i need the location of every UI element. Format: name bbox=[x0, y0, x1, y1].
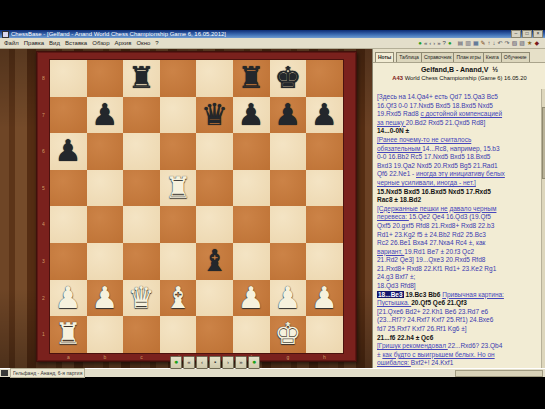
tab-книга[interactable]: Книга bbox=[484, 53, 502, 62]
white-king[interactable]: ♚ bbox=[274, 319, 301, 349]
variation-text[interactable]: fd7 25.Rxf7 Kxf7 26.Rf1 Kg6 ±] bbox=[377, 325, 467, 332]
square-f1[interactable] bbox=[233, 316, 270, 353]
variation-text[interactable]: Rc2 26.Be1 Bxa4 27.Nxa4 Rc4 ±, как bbox=[377, 239, 485, 246]
bookmark-icon[interactable]: ★ bbox=[527, 39, 532, 47]
square-d2[interactable]: ♝ bbox=[160, 280, 197, 317]
square-e4[interactable] bbox=[196, 206, 233, 243]
game-move[interactable]: 14...0-0N ± bbox=[377, 127, 409, 134]
square-a3[interactable] bbox=[50, 243, 87, 280]
board-icon[interactable]: ▧ bbox=[512, 39, 518, 47]
notation-line: 24.g3 Bxf7 ±; bbox=[377, 273, 541, 282]
square-f3[interactable] bbox=[233, 243, 270, 280]
engine-toggle-button[interactable]: ● bbox=[170, 356, 182, 369]
variation-text: иногда эту инициативу белых bbox=[416, 170, 505, 177]
event-name: World Chess Championship (Game 6) 16.05.… bbox=[405, 75, 527, 81]
square-b8[interactable] bbox=[87, 60, 124, 97]
square-g4[interactable] bbox=[270, 206, 307, 243]
variation-text[interactable]: 16.Qf3 0-0 17.Nxd5 Bxd5 18.Bxd5 Nxd5 bbox=[377, 102, 493, 109]
white-pawn[interactable]: ♟ bbox=[91, 283, 118, 313]
square-a4[interactable] bbox=[50, 206, 87, 243]
notation-line: вариант, 19.Rd1 Be7 ± 20.f3 Qc2 bbox=[377, 248, 541, 257]
rank-label-7: 7 bbox=[39, 97, 48, 134]
chessbase-window: ChessBase - [Gelfand - Anand World Chess… bbox=[0, 30, 545, 376]
notation-line: [Сдержанные пешки не давало черным bbox=[377, 205, 541, 214]
square-b2[interactable]: ♟ bbox=[87, 280, 124, 317]
toolbar-group-nav: ●«‹›»?● bbox=[418, 39, 451, 47]
white-rook[interactable]: ♜ bbox=[165, 173, 192, 203]
game-move[interactable]: Rac8 ± 18.Bd2 bbox=[377, 196, 421, 203]
variation-text: как будто с выигрышем белых. Но он bbox=[382, 351, 494, 358]
rank-label-8: 8 bbox=[39, 60, 48, 97]
scroll-down-icon[interactable]: ↓ bbox=[493, 39, 496, 47]
variation-text[interactable]: Bxd3 19.Qa2 Nxd5 20.Rxd5 Bg5 21.Rad1 bbox=[377, 162, 498, 169]
white-pawn[interactable]: ♟ bbox=[311, 283, 338, 313]
white-queen[interactable]: ♛ bbox=[128, 283, 155, 313]
rank-label-3: 3 bbox=[39, 243, 48, 280]
notation-line: [Ранее почему-то не считалось bbox=[377, 136, 541, 145]
square-a6[interactable]: ♟ bbox=[50, 133, 87, 170]
square-f8[interactable]: ♜ bbox=[233, 60, 270, 97]
notation-line: 21...f6 22.h4 ± Qc6 bbox=[377, 334, 541, 343]
rank-label-5: 5 bbox=[39, 170, 48, 207]
black-rook[interactable]: ♜ bbox=[128, 63, 155, 93]
tab-notation[interactable]: Ноты bbox=[375, 52, 394, 62]
square-f7[interactable]: ♟ bbox=[233, 97, 270, 134]
variation-text: с достойной компенсацией bbox=[420, 110, 502, 117]
square-d4[interactable] bbox=[160, 206, 197, 243]
horizontal-scrollbar[interactable] bbox=[455, 370, 543, 377]
square-e3[interactable]: ♝ bbox=[196, 243, 233, 280]
menu-правка[interactable]: Правка bbox=[24, 39, 44, 48]
variation-text: [Ранее почему-то не считалось bbox=[377, 136, 471, 143]
window-title: ChessBase - [Gelfand - Anand World Chess… bbox=[11, 30, 510, 38]
menu-файл[interactable]: Файл bbox=[4, 39, 19, 48]
menu-вставка[interactable]: Вставка bbox=[65, 39, 87, 48]
square-a8[interactable] bbox=[50, 60, 87, 97]
square-g5[interactable] bbox=[270, 170, 307, 207]
square-c2[interactable]: ♛ bbox=[123, 280, 160, 317]
first-move-icon[interactable]: « bbox=[424, 39, 427, 47]
variation-text: Пустышка. bbox=[377, 299, 411, 306]
black-pawn[interactable]: ♟ bbox=[55, 136, 82, 166]
square-h2[interactable]: ♟ bbox=[306, 280, 343, 317]
variation-text: ошибался: bbox=[377, 359, 411, 366]
notation-line: fd7 25.Rxf7 Kxf7 26.Rf1 Kg6 ±] bbox=[377, 325, 541, 334]
notation-line: [21.Qxe6 Bd2+ 22.Kh1 Be6 23.Rd7 e6 bbox=[377, 308, 541, 317]
notation-line: 18.Qd3 Rfd8] bbox=[377, 282, 541, 291]
notation-line: Rac8 ± 18.Bd2 bbox=[377, 196, 541, 205]
next-move-button[interactable]: › bbox=[222, 356, 234, 369]
notation-line: 14...0-0N ± bbox=[377, 127, 541, 136]
tab-таблица[interactable]: Таблица bbox=[397, 53, 422, 62]
app-icon bbox=[2, 31, 9, 38]
square-g7[interactable]: ♟ bbox=[270, 97, 307, 134]
square-a1[interactable]: ♜ bbox=[50, 316, 87, 353]
help-icon[interactable]: ? bbox=[443, 39, 446, 47]
game-move[interactable]: 20.Qf5 Qe6 21.Qf3 bbox=[411, 299, 467, 306]
minimize-button[interactable]: – bbox=[511, 30, 521, 38]
players-names: Gelfand,B - Anand,V bbox=[421, 66, 488, 73]
scroll-up-icon[interactable]: ↑ bbox=[488, 39, 491, 47]
notation-line: ошибался: Bxf2+! 24.Kxf1 bbox=[377, 359, 541, 368]
engine-run-button[interactable]: ● bbox=[248, 356, 260, 369]
notation-line: 0-0 16.Bb2 Rc5 17.Nxd5 Bxd5 18.Bxd5 bbox=[377, 153, 541, 162]
square-d8[interactable] bbox=[160, 60, 197, 97]
menu-архив[interactable]: Архив bbox=[115, 39, 132, 48]
last-move-icon[interactable]: » bbox=[437, 39, 440, 47]
game-move[interactable]: 15.Nxd5 Bxd5 16.Bxd5 Nxd5 17.Rxd5 bbox=[377, 188, 491, 195]
square-e1[interactable] bbox=[196, 316, 233, 353]
variation-text: за пешку bbox=[377, 119, 406, 126]
square-b1[interactable] bbox=[87, 316, 124, 353]
variation-text: [Сдержанные пешки не давало черным bbox=[377, 205, 496, 212]
notation-line: 15.Nxd5 Bxd5 16.Bxd5 Nxd5 17.Rxd5 bbox=[377, 188, 541, 197]
rank-label-1: 1 bbox=[39, 316, 48, 353]
first-move-button[interactable]: « bbox=[183, 356, 195, 369]
notation-line: 21.Rxd8+ Rxd8 22.Kf1 Rd1+ 23.Ke2 Rg1 bbox=[377, 265, 541, 274]
square-f6[interactable] bbox=[233, 133, 270, 170]
rank-labels: 87654321 bbox=[39, 60, 48, 353]
event-line: A43 World Chess Championship (Game 6) 16… bbox=[373, 74, 545, 82]
notation-line: за пешку 20.Bd2 Rxd5 21.Qxd5 Rd8] bbox=[377, 119, 541, 128]
notation-text: [Здесь на 14.Qa4+ есть Qd7 15.Qa3 Bc516.… bbox=[373, 91, 545, 368]
square-h8[interactable] bbox=[306, 60, 343, 97]
square-b7[interactable]: ♟ bbox=[87, 97, 124, 134]
variation-text: Привычная картина: bbox=[442, 291, 504, 298]
notation-line: обязательным 14...Rc8, например, 15.b3 bbox=[377, 145, 541, 154]
file-label-g: g bbox=[270, 354, 307, 360]
black-pawn[interactable]: ♟ bbox=[238, 100, 265, 130]
variation-text[interactable]: Qf6 22.Ne1 - bbox=[377, 170, 416, 177]
square-g1[interactable]: ♚ bbox=[270, 316, 307, 353]
notation-line: Qf6 22.Ne1 - иногда эту инициативу белых bbox=[377, 170, 541, 179]
black-king[interactable]: ♚ bbox=[274, 63, 301, 93]
engine-icon[interactable]: ● bbox=[448, 39, 452, 47]
variation-text[interactable]: 18.Qd3 Rfd8] bbox=[377, 282, 416, 289]
black-bishop[interactable]: ♝ bbox=[201, 246, 228, 276]
variation-text[interactable]: 21.Rd2 Qe3] 19...Qxe3 20.Rxd5 Rfd8 bbox=[377, 256, 485, 263]
square-d7[interactable] bbox=[160, 97, 197, 134]
file-label-b: b bbox=[87, 354, 124, 360]
menu-bar: ФайлПравкаВидВставкаОбзорАрхивОкно? ●«‹›… bbox=[0, 38, 545, 49]
chess-board: 87654321 abcdefgh ♜♜♚♟♛♟♟♟♟♜♝♟♟♛♝♟♟♟♜♚ bbox=[36, 51, 357, 362]
square-c3[interactable] bbox=[123, 243, 160, 280]
variation-text[interactable]: 20.Bd2 Rxd5 21.Qxd5 Rd8] bbox=[406, 119, 486, 126]
notation-line: Пустышка. 20.Qf5 Qe6 21.Qf3 bbox=[377, 299, 541, 308]
notation-line: ± как будто с выигрышем белых. Но он bbox=[377, 351, 541, 360]
menu-обзор[interactable]: Обзор bbox=[92, 39, 109, 48]
undo-icon[interactable]: ↶ bbox=[498, 39, 503, 47]
close-button[interactable]: × bbox=[533, 30, 543, 38]
square-g3[interactable] bbox=[270, 243, 307, 280]
menu-?[interactable]: ? bbox=[155, 39, 158, 48]
open-icon[interactable]: ▥ bbox=[465, 39, 471, 47]
notation-line: перевеса: 15.Qe2 Qe4 16.Qd3 (19.Qf5 bbox=[377, 213, 541, 222]
move-navigation-bar: ●«‹▪›»● bbox=[170, 356, 260, 369]
square-f5[interactable] bbox=[233, 170, 270, 207]
notation-line: Bxd3 19.Qa2 Nxd5 20.Rxd5 Bg5 21.Rad1 bbox=[377, 162, 541, 171]
file-label-a: a bbox=[50, 354, 87, 360]
variation-text[interactable]: 0-0 16.Bb2 Rc5 17.Nxd5 Bxd5 18.Bxd5 bbox=[377, 153, 490, 160]
toolbar-group-file: ▤▥▦✎↑↓↶↷▧▨★◆ bbox=[458, 39, 539, 47]
square-e5[interactable] bbox=[196, 170, 233, 207]
square-c4[interactable] bbox=[123, 206, 160, 243]
tab-справочник[interactable]: Справочник bbox=[422, 53, 455, 62]
players-line: Gelfand,B - Anand,V ½ bbox=[373, 65, 545, 74]
square-b4[interactable] bbox=[87, 206, 124, 243]
black-pawn[interactable]: ♟ bbox=[311, 100, 338, 130]
square-d3[interactable] bbox=[160, 243, 197, 280]
square-a5[interactable] bbox=[50, 170, 87, 207]
current-move[interactable]: 18...Be3 bbox=[377, 291, 404, 298]
variation-text: обязательным bbox=[377, 145, 422, 152]
rank-label-4: 4 bbox=[39, 206, 48, 243]
notation-line: Qxf5 20.gxf5 Rfd8 21.Rxd8+ Rxd8 22.b3 bbox=[377, 222, 541, 231]
variation-text[interactable]: 19.Rxd5 Rad8 bbox=[377, 110, 420, 117]
variation-text: черные усиливали, иногда - нет.] bbox=[377, 179, 476, 186]
variation-text[interactable]: Bxf2+! 24.Kxf1 bbox=[411, 359, 453, 366]
variation-text[interactable]: Qxf5 20.gxf5 Rfd8 21.Rxd8+ Rxd8 22.b3 bbox=[377, 222, 494, 229]
game-move[interactable]: 21...f6 22.h4 ± Qc6 bbox=[377, 334, 433, 341]
tab-обучение[interactable]: Обучение bbox=[502, 53, 529, 62]
square-h6[interactable] bbox=[306, 133, 343, 170]
white-pawn[interactable]: ♟ bbox=[55, 283, 82, 313]
status-bar: Гельфанд - Ананд, 6-я партия bbox=[0, 368, 545, 377]
layout-icon[interactable]: ▨ bbox=[519, 39, 525, 47]
variation-text[interactable]: 15.Qe2 Qe4 16.Qd3 (19.Qf5 bbox=[409, 213, 491, 220]
square-h1[interactable] bbox=[306, 316, 343, 353]
square-e7[interactable]: ♛ bbox=[196, 97, 233, 134]
notation-scrollbar[interactable] bbox=[541, 89, 545, 368]
black-pawn[interactable]: ♟ bbox=[91, 100, 118, 130]
square-d6[interactable] bbox=[160, 133, 197, 170]
notation-line: 16.Qf3 0-0 17.Nxd5 Bxd5 18.Bxd5 Nxd5 bbox=[377, 102, 541, 111]
game-move[interactable]: 19.Bc3 Bb6 bbox=[404, 291, 443, 298]
notation-line: (23...Rf7? 24.Rxf7 Kxf7 25.Rf1) 24.Bxe6 bbox=[377, 316, 541, 325]
game-header: Gelfand,B - Anand,V ½ A43 World Chess Ch… bbox=[373, 63, 545, 91]
black-queen[interactable]: ♛ bbox=[201, 100, 228, 130]
new-game-icon[interactable]: ▤ bbox=[458, 39, 464, 47]
file-label-h: h bbox=[306, 354, 343, 360]
square-f2[interactable]: ♟ bbox=[233, 280, 270, 317]
variation-text[interactable]: [21.Qxe6 Bd2+ 22.Kh1 Be6 23.Rd7 e6 bbox=[377, 308, 488, 315]
variation-text: [Гришук рекомендовал bbox=[377, 342, 448, 349]
square-c8[interactable]: ♜ bbox=[123, 60, 160, 97]
prev-move-icon[interactable]: ‹ bbox=[429, 39, 431, 47]
variation-text: перевеса: bbox=[377, 213, 409, 220]
square-g2[interactable]: ♟ bbox=[270, 280, 307, 317]
square-g6[interactable] bbox=[270, 133, 307, 170]
notation-line: 18...Be3 19.Bc3 Bb6 Привычная картина: bbox=[377, 291, 541, 300]
black-rook[interactable]: ♜ bbox=[238, 63, 265, 93]
tab-group: ТаблицаСправочникПлан игрыКнигаОбучение bbox=[396, 52, 529, 62]
square-e2[interactable] bbox=[196, 280, 233, 317]
square-c5[interactable] bbox=[123, 170, 160, 207]
variation-text[interactable]: 21.Rxd8+ Rxd8 22.Kf1 Rd1+ 23.Ke2 Rg1 bbox=[377, 265, 496, 272]
panel-tabs: НотыТаблицаСправочникПлан игрыКнигаОбуче… bbox=[373, 49, 545, 63]
notation-line: 21.Rd2 Qe3] 19...Qxe3 20.Rxd5 Rfd8 bbox=[377, 256, 541, 265]
notation-line: [Здесь на 14.Qa4+ есть Qd7 15.Qa3 Bc5 bbox=[377, 93, 541, 102]
square-a7[interactable] bbox=[50, 97, 87, 134]
status-icon bbox=[1, 370, 8, 376]
main-content: 87654321 abcdefgh ♜♜♚♟♛♟♟♟♟♜♝♟♟♛♝♟♟♟♜♚ ●… bbox=[0, 49, 545, 368]
square-c1[interactable] bbox=[123, 316, 160, 353]
last-move-button[interactable]: » bbox=[235, 356, 247, 369]
variation-text[interactable]: 14...Rc8, например, 15.b3 bbox=[422, 145, 499, 152]
tab-план-игры[interactable]: План игры bbox=[454, 53, 483, 62]
square-h4[interactable] bbox=[306, 206, 343, 243]
variation-text[interactable]: 24.g3 Bxf7 ±; bbox=[377, 273, 415, 280]
options-icon[interactable]: ◆ bbox=[534, 39, 539, 47]
square-h5[interactable] bbox=[306, 170, 343, 207]
square-e8[interactable] bbox=[196, 60, 233, 97]
save-icon[interactable]: ▦ bbox=[473, 39, 479, 47]
notation-line: черные усиливали, иногда - нет.] bbox=[377, 179, 541, 188]
square-h3[interactable] bbox=[306, 243, 343, 280]
rank-label-2: 2 bbox=[39, 280, 48, 317]
square-c7[interactable] bbox=[123, 97, 160, 134]
board-background-wood: 87654321 abcdefgh ♜♜♚♟♛♟♟♟♟♜♝♟♟♛♝♟♟♟♜♚ ●… bbox=[0, 49, 372, 368]
rank-label-6: 6 bbox=[39, 133, 48, 170]
video-frame: ChessBase - [Gelfand - Anand World Chess… bbox=[0, 0, 545, 409]
square-e6[interactable] bbox=[196, 133, 233, 170]
eco-code: A43 bbox=[392, 75, 403, 81]
variation-text[interactable]: Rd1+ 23.Kg2 f5 ± 24.Bb2 Rd2 25.Bc3 bbox=[377, 231, 486, 238]
square-b6[interactable] bbox=[87, 133, 124, 170]
square-d1[interactable] bbox=[160, 316, 197, 353]
variation-text[interactable]: [Здесь на 14.Qa4+ есть Qd7 15.Qa3 Bc5 bbox=[377, 93, 498, 100]
square-c6[interactable] bbox=[123, 133, 160, 170]
title-bar: ChessBase - [Gelfand - Anand World Chess… bbox=[0, 30, 545, 38]
status-text: Гельфанд - Ананд, 6-я партия bbox=[10, 368, 85, 378]
notation-line: [Гришук рекомендовал 22...Rxd6? 23.Qb4 bbox=[377, 342, 541, 351]
notation-line: 19.Rxd5 Rad8 с достойной компенсацией bbox=[377, 110, 541, 119]
stop-button[interactable]: ▪ bbox=[209, 356, 221, 369]
square-f4[interactable] bbox=[233, 206, 270, 243]
variation-text[interactable]: 19.Rd1 Be7 ± 20.f3 Qc2 bbox=[404, 248, 474, 255]
square-a2[interactable]: ♟ bbox=[50, 280, 87, 317]
notation-line: Rd1+ 23.Kg2 f5 ± 24.Bb2 Rd2 25.Bc3 bbox=[377, 231, 541, 240]
menu-окно[interactable]: Окно bbox=[136, 39, 150, 48]
redo-icon[interactable]: ↷ bbox=[505, 39, 510, 47]
next-move-icon[interactable]: › bbox=[433, 39, 435, 47]
variation-text[interactable]: 22...Rxd6? 23.Qb4 bbox=[448, 342, 503, 349]
square-g8[interactable]: ♚ bbox=[270, 60, 307, 97]
maximize-button[interactable]: □ bbox=[522, 30, 532, 38]
white-rook[interactable]: ♜ bbox=[55, 319, 82, 349]
variation-text: вариант, bbox=[377, 248, 404, 255]
edit-icon[interactable]: ✎ bbox=[481, 39, 486, 47]
prev-move-button[interactable]: ‹ bbox=[196, 356, 208, 369]
square-h7[interactable]: ♟ bbox=[306, 97, 343, 134]
square-d5[interactable]: ♜ bbox=[160, 170, 197, 207]
white-pawn[interactable]: ♟ bbox=[238, 283, 265, 313]
notation-panel: НотыТаблицаСправочникПлан игрыКнигаОбуче… bbox=[372, 49, 545, 368]
record-icon[interactable]: ● bbox=[418, 39, 422, 47]
game-result: ½ bbox=[492, 66, 498, 73]
variation-text[interactable]: (23...Rf7? 24.Rxf7 Kxf7 25.Rf1) 24.Bxe6 bbox=[377, 316, 493, 323]
notation-line: Rc2 26.Be1 Bxa4 27.Nxa4 Rc4 ±, как bbox=[377, 239, 541, 248]
square-b5[interactable] bbox=[87, 170, 124, 207]
white-bishop[interactable]: ♝ bbox=[165, 283, 192, 313]
black-pawn[interactable]: ♟ bbox=[274, 100, 301, 130]
file-label-c: c bbox=[123, 354, 160, 360]
white-pawn[interactable]: ♟ bbox=[274, 283, 301, 313]
square-b3[interactable] bbox=[87, 243, 124, 280]
menu-вид[interactable]: Вид bbox=[49, 39, 60, 48]
